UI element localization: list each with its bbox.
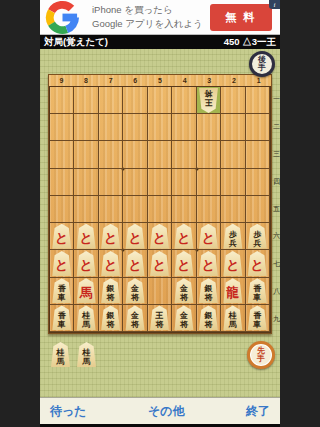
- board-cell-6二[interactable]: [123, 114, 147, 141]
- board-cell-2二[interactable]: [221, 114, 245, 141]
- piece-と: と: [51, 224, 72, 249]
- bottom-toolbar: 待った その他 終了: [40, 397, 280, 424]
- board-cell-3九[interactable]: 銀将: [197, 305, 221, 332]
- board-cell-4四[interactable]: [172, 169, 196, 196]
- board-cell-1二[interactable]: [246, 114, 270, 141]
- piece-と: と: [51, 251, 72, 276]
- file-label-5: 5: [148, 75, 173, 86]
- board-cell-8六[interactable]: と: [74, 223, 98, 250]
- board-cell-8八[interactable]: 馬: [74, 278, 98, 305]
- piece-銀将: 銀将: [198, 305, 219, 330]
- piece-と: と: [76, 224, 97, 249]
- board-cell-7三[interactable]: [99, 141, 123, 168]
- rank-label-七: 七: [273, 260, 280, 267]
- file-labels: 987654321: [49, 75, 271, 86]
- board-cell-1六[interactable]: 歩兵: [246, 223, 270, 250]
- board-cell-3二[interactable]: [197, 114, 221, 141]
- board-cell-1一[interactable]: [246, 87, 270, 114]
- board-cell-9六[interactable]: と: [50, 223, 74, 250]
- sente-player-badge: 先手: [247, 341, 275, 369]
- piece-金将: 金将: [173, 305, 194, 330]
- piece-と: と: [149, 251, 170, 276]
- board-cell-3八[interactable]: 銀将: [197, 278, 221, 305]
- piece-と: と: [247, 251, 268, 276]
- board-cell-2九[interactable]: 桂馬: [221, 305, 245, 332]
- board-grid: 王将ととととととと歩兵歩兵ととととととととと香車馬銀将金将金将銀将龍香車香車桂馬…: [49, 86, 271, 333]
- board-cell-6五[interactable]: [123, 196, 147, 223]
- piece-金将: 金将: [173, 278, 194, 303]
- piece-と: と: [100, 224, 121, 249]
- board-cell-5六[interactable]: と: [148, 223, 172, 250]
- piece-と: と: [198, 224, 219, 249]
- piece-と: と: [149, 224, 170, 249]
- piece-と: と: [173, 251, 194, 276]
- rank-label-一: 一: [273, 95, 280, 102]
- piece-と: と: [125, 224, 146, 249]
- board-cell-3三[interactable]: [197, 141, 221, 168]
- board-cell-5八[interactable]: [148, 278, 172, 305]
- board-cell-5九[interactable]: 王将: [148, 305, 172, 332]
- board-cell-9四[interactable]: [50, 169, 74, 196]
- board-cell-8三[interactable]: [74, 141, 98, 168]
- piece-桂馬: 桂馬: [76, 305, 97, 330]
- board-cell-4九[interactable]: 金将: [172, 305, 196, 332]
- file-label-4: 4: [172, 75, 197, 86]
- board-cell-6七[interactable]: と: [123, 250, 147, 277]
- board-cell-8四[interactable]: [74, 169, 98, 196]
- piece-香車: 香車: [247, 305, 268, 330]
- board-cell-7一[interactable]: [99, 87, 123, 114]
- undo-button[interactable]: 待った: [50, 403, 87, 420]
- file-label-6: 6: [123, 75, 148, 86]
- board-cell-7八[interactable]: 銀将: [99, 278, 123, 305]
- board-cell-3五[interactable]: [197, 196, 221, 223]
- board-cell-3七[interactable]: と: [197, 250, 221, 277]
- piece-香車: 香車: [247, 278, 268, 303]
- file-label-2: 2: [222, 75, 247, 86]
- rank-label-四: 四: [273, 178, 280, 185]
- ad-info-icon[interactable]: i: [269, 0, 280, 9]
- game-mode-label: 対局(覚えたて): [44, 36, 108, 49]
- piece-と: と: [222, 251, 243, 276]
- board-cell-2六[interactable]: 歩兵: [221, 223, 245, 250]
- piece-桂馬: 桂馬: [222, 305, 243, 330]
- board-cell-9七[interactable]: と: [50, 250, 74, 277]
- quit-button[interactable]: 終了: [246, 403, 270, 420]
- piece-金将: 金将: [125, 305, 146, 330]
- piece-金将: 金将: [125, 278, 146, 303]
- piece-と: と: [198, 251, 219, 276]
- board-cell-7六[interactable]: と: [99, 223, 123, 250]
- game-area: 後手 987654321 王将ととととととと歩兵歩兵ととととととととと香車馬銀将…: [40, 49, 280, 397]
- piece-銀将: 銀将: [100, 278, 121, 303]
- board-cell-8一[interactable]: [74, 87, 98, 114]
- board-cell-4七[interactable]: と: [172, 250, 196, 277]
- board-cell-2七[interactable]: と: [221, 250, 245, 277]
- piece-と: と: [100, 251, 121, 276]
- board-cell-9九[interactable]: 香車: [50, 305, 74, 332]
- ad-banner[interactable]: iPhone を買ったら Google アプリを入れよう 無 料 i: [40, 0, 280, 35]
- board-cell-6四[interactable]: [123, 169, 147, 196]
- rank-label-九: 九: [273, 315, 280, 322]
- piece-歩兵: 歩兵: [247, 224, 268, 249]
- board-cell-9三[interactable]: [50, 141, 74, 168]
- piece-と: と: [76, 251, 97, 276]
- board-cell-4一[interactable]: [172, 87, 196, 114]
- rank-label-八: 八: [273, 287, 280, 294]
- piece-香車: 香車: [51, 305, 72, 330]
- board-cell-5二[interactable]: [148, 114, 172, 141]
- piece-銀将: 銀将: [100, 305, 121, 330]
- app-screen: iPhone を買ったら Google アプリを入れよう 無 料 i 対局(覚え…: [40, 0, 280, 427]
- board-cell-1九[interactable]: 香車: [246, 305, 270, 332]
- board-cell-5七[interactable]: と: [148, 250, 172, 277]
- board-cell-5五[interactable]: [148, 196, 172, 223]
- ad-text: iPhone を買ったら Google アプリを入れよう: [92, 3, 203, 31]
- ad-cta-button[interactable]: 無 料: [210, 4, 272, 31]
- board-cell-2八[interactable]: 龍: [221, 278, 245, 305]
- gote-player-badge: 後手: [249, 51, 275, 77]
- piece-と: と: [125, 251, 146, 276]
- rank-labels: 一二三四五六七八九: [273, 85, 280, 332]
- sente-hand-tray: 桂馬桂馬: [50, 342, 97, 367]
- board-cell-8五[interactable]: [74, 196, 98, 223]
- board-cell-9五[interactable]: [50, 196, 74, 223]
- board-cell-1四[interactable]: [246, 169, 270, 196]
- board-cell-4二[interactable]: [172, 114, 196, 141]
- rank-label-三: 三: [273, 150, 280, 157]
- board-cell-8九[interactable]: 桂馬: [74, 305, 98, 332]
- piece-香車: 香車: [51, 278, 72, 303]
- piece-龍: 龍: [222, 278, 243, 303]
- board-cell-5三[interactable]: [148, 141, 172, 168]
- board-cell-6一[interactable]: [123, 87, 147, 114]
- board-cell-4三[interactable]: [172, 141, 196, 168]
- board-cell-2一[interactable]: [221, 87, 245, 114]
- board-cell-5四[interactable]: [148, 169, 172, 196]
- board-cell-4八[interactable]: 金将: [172, 278, 196, 305]
- board-cell-9二[interactable]: [50, 114, 74, 141]
- rank-label-二: 二: [273, 123, 280, 130]
- board-cell-2三[interactable]: [221, 141, 245, 168]
- board-cell-7七[interactable]: と: [99, 250, 123, 277]
- board-cell-4五[interactable]: [172, 196, 196, 223]
- board-cell-4六[interactable]: と: [172, 223, 196, 250]
- piece-銀将: 銀将: [198, 278, 219, 303]
- board-cell-8七[interactable]: と: [74, 250, 98, 277]
- file-label-8: 8: [74, 75, 99, 86]
- piece-歩兵: 歩兵: [222, 224, 243, 249]
- board-cell-3一[interactable]: 王将: [197, 87, 221, 114]
- board-cell-6三[interactable]: [123, 141, 147, 168]
- board-cell-3六[interactable]: と: [197, 223, 221, 250]
- board-cell-1三[interactable]: [246, 141, 270, 168]
- file-label-3: 3: [197, 75, 222, 86]
- rank-label-五: 五: [273, 205, 280, 212]
- status-bar: 対局(覚えたて) 450 △3一王: [40, 35, 280, 49]
- other-button[interactable]: その他: [148, 403, 185, 420]
- piece-王将: 王将: [149, 305, 170, 330]
- shogi-board: 987654321 王将ととととととと歩兵歩兵ととととととととと香車馬銀将金将金…: [48, 74, 272, 334]
- board-cell-1七[interactable]: と: [246, 250, 270, 277]
- board-cell-1五[interactable]: [246, 196, 270, 223]
- piece-と: と: [173, 224, 194, 249]
- board-cell-6六[interactable]: と: [123, 223, 147, 250]
- board-cell-2四[interactable]: [221, 169, 245, 196]
- board-cell-5一[interactable]: [148, 87, 172, 114]
- board-cell-8二[interactable]: [74, 114, 98, 141]
- board-cell-7四[interactable]: [99, 169, 123, 196]
- board-cell-1八[interactable]: 香車: [246, 278, 270, 305]
- board-cell-3四[interactable]: [197, 169, 221, 196]
- piece-馬: 馬: [76, 278, 97, 303]
- hand-piece-桂馬[interactable]: 桂馬: [50, 342, 71, 367]
- board-cell-7二[interactable]: [99, 114, 123, 141]
- board-cell-9八[interactable]: 香車: [50, 278, 74, 305]
- file-label-7: 7: [98, 75, 123, 86]
- file-label-9: 9: [49, 75, 74, 86]
- piece-王将-gote: 王将: [198, 88, 219, 113]
- google-logo-icon: [45, 0, 80, 35]
- move-counter-label: 450 △3一王: [224, 36, 276, 49]
- board-cell-6九[interactable]: 金将: [123, 305, 147, 332]
- board-cell-7九[interactable]: 銀将: [99, 305, 123, 332]
- rank-label-六: 六: [273, 232, 280, 239]
- board-cell-9一[interactable]: [50, 87, 74, 114]
- hand-piece-桂馬[interactable]: 桂馬: [76, 342, 97, 367]
- board-cell-7五[interactable]: [99, 196, 123, 223]
- board-cell-2五[interactable]: [221, 196, 245, 223]
- board-cell-6八[interactable]: 金将: [123, 278, 147, 305]
